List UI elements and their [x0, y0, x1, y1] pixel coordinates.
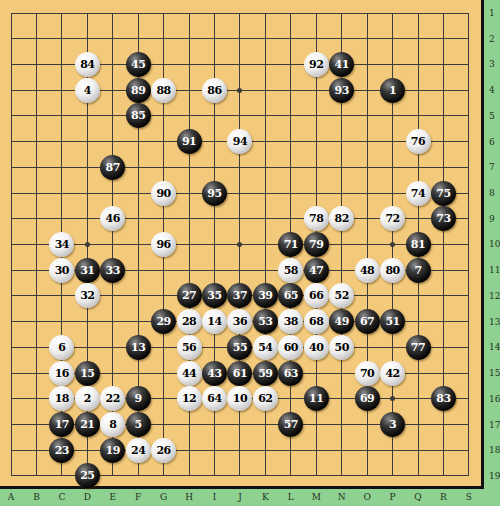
intersection: 16	[49, 360, 74, 386]
row-label: 7	[489, 162, 500, 172]
intersection: 49	[329, 309, 354, 335]
row-label: 10	[489, 239, 500, 249]
stone: 60	[278, 335, 303, 360]
intersection	[329, 412, 354, 438]
stone: 56	[177, 335, 202, 360]
intersection	[253, 180, 278, 206]
column-label: M	[308, 492, 324, 502]
intersection	[456, 154, 481, 180]
row-label: 4	[489, 85, 500, 95]
stone: 26	[151, 438, 176, 463]
intersection: 80	[380, 257, 405, 283]
stone: 22	[100, 386, 125, 411]
stone: 38	[278, 309, 303, 334]
intersection	[125, 360, 150, 386]
intersection	[329, 129, 354, 155]
intersection	[405, 309, 430, 335]
stone: 92	[304, 52, 329, 77]
intersection	[278, 206, 303, 232]
column-label: Q	[410, 492, 426, 502]
intersection	[456, 232, 481, 258]
intersection	[0, 386, 24, 412]
intersection: 4	[75, 77, 100, 103]
intersection	[24, 309, 49, 335]
intersection: 25	[75, 463, 100, 489]
stone: 59	[253, 361, 278, 386]
row-label: 8	[489, 188, 500, 198]
intersection	[176, 103, 201, 129]
intersection: 70	[354, 360, 379, 386]
intersection: 72	[380, 206, 405, 232]
intersection: 68	[304, 309, 329, 335]
stone: 9	[126, 386, 151, 411]
intersection	[431, 437, 456, 463]
intersection	[75, 129, 100, 155]
intersection	[278, 180, 303, 206]
stone: 81	[406, 232, 431, 257]
intersection	[253, 437, 278, 463]
intersection	[100, 232, 125, 258]
intersection	[75, 334, 100, 360]
column-label: R	[435, 492, 451, 502]
intersection: 18	[49, 386, 74, 412]
column-label: A	[3, 492, 19, 502]
intersection	[278, 437, 303, 463]
intersection	[176, 206, 201, 232]
intersection	[24, 232, 49, 258]
intersection	[380, 103, 405, 129]
stone: 10	[227, 386, 252, 411]
intersection	[304, 103, 329, 129]
stone: 45	[126, 52, 151, 77]
intersection	[0, 52, 24, 78]
intersection	[405, 77, 430, 103]
intersection	[304, 26, 329, 52]
intersection	[0, 309, 24, 335]
intersection	[304, 463, 329, 489]
intersection	[431, 334, 456, 360]
intersection	[380, 386, 405, 412]
intersection	[329, 232, 354, 258]
intersection: 84	[75, 52, 100, 78]
intersection	[151, 129, 176, 155]
intersection	[456, 52, 481, 78]
intersection	[253, 257, 278, 283]
intersection: 74	[405, 180, 430, 206]
intersection: 3	[380, 412, 405, 438]
row-label: 1	[489, 8, 500, 18]
row-label: 13	[489, 317, 500, 327]
intersection	[75, 180, 100, 206]
intersection: 90	[151, 180, 176, 206]
intersection	[151, 463, 176, 489]
intersection: 96	[151, 232, 176, 258]
intersection: 10	[227, 386, 252, 412]
intersection	[354, 154, 379, 180]
column-label: C	[54, 492, 70, 502]
stone: 69	[355, 386, 380, 411]
stone: 63	[278, 361, 303, 386]
intersection	[176, 180, 201, 206]
stone: 42	[380, 361, 405, 386]
intersection	[0, 180, 24, 206]
intersection	[202, 232, 227, 258]
stone: 61	[227, 361, 252, 386]
stone: 4	[75, 78, 100, 103]
stone: 33	[100, 258, 125, 283]
intersection: 75	[431, 180, 456, 206]
intersection	[227, 463, 252, 489]
stone: 55	[227, 335, 252, 360]
intersection	[24, 77, 49, 103]
column-label: N	[334, 492, 350, 502]
intersection	[431, 154, 456, 180]
intersection	[100, 309, 125, 335]
intersection	[329, 386, 354, 412]
intersection	[176, 26, 201, 52]
stone: 12	[177, 386, 202, 411]
intersection: 2	[75, 386, 100, 412]
intersection	[151, 257, 176, 283]
stone: 2	[75, 386, 100, 411]
intersection	[125, 257, 150, 283]
intersection	[151, 412, 176, 438]
intersection: 89	[125, 77, 150, 103]
intersection	[431, 360, 456, 386]
intersection	[0, 360, 24, 386]
intersection	[329, 437, 354, 463]
intersection: 57	[278, 412, 303, 438]
intersection: 71	[278, 232, 303, 258]
stone: 25	[75, 463, 100, 488]
intersection	[354, 77, 379, 103]
stone: 82	[329, 206, 354, 231]
intersection: 6	[49, 334, 74, 360]
intersection	[380, 180, 405, 206]
intersection	[24, 412, 49, 438]
intersection: 21	[75, 412, 100, 438]
intersection	[431, 232, 456, 258]
intersection	[125, 283, 150, 309]
intersection	[456, 77, 481, 103]
intersection: 46	[100, 206, 125, 232]
intersection	[456, 463, 481, 489]
intersection: 45	[125, 52, 150, 78]
intersection	[227, 26, 252, 52]
stone: 91	[177, 129, 202, 154]
intersection	[405, 437, 430, 463]
intersection	[405, 412, 430, 438]
intersection	[100, 180, 125, 206]
intersection	[0, 334, 24, 360]
intersection	[125, 129, 150, 155]
intersection: 83	[431, 386, 456, 412]
stone: 16	[49, 361, 74, 386]
intersection: 43	[202, 360, 227, 386]
intersection: 73	[431, 206, 456, 232]
intersection	[202, 437, 227, 463]
intersection	[380, 129, 405, 155]
intersection	[227, 206, 252, 232]
stone: 67	[355, 309, 380, 334]
intersection	[253, 26, 278, 52]
stone: 46	[100, 206, 125, 231]
intersection	[380, 463, 405, 489]
intersection: 15	[75, 360, 100, 386]
stone: 19	[100, 438, 125, 463]
stone: 5	[126, 412, 151, 437]
row-label: 17	[489, 420, 500, 430]
stone: 14	[202, 309, 227, 334]
intersection	[151, 0, 176, 26]
stone: 29	[151, 309, 176, 334]
intersection	[176, 0, 201, 26]
intersection	[405, 206, 430, 232]
intersection	[0, 412, 24, 438]
intersection	[176, 412, 201, 438]
intersection: 39	[253, 283, 278, 309]
stone: 8	[100, 412, 125, 437]
intersection: 40	[304, 334, 329, 360]
intersection: 5	[125, 412, 150, 438]
intersection	[125, 232, 150, 258]
intersection: 37	[227, 283, 252, 309]
stone: 95	[202, 181, 227, 206]
intersection	[431, 0, 456, 26]
intersection: 58	[278, 257, 303, 283]
column-label: O	[359, 492, 375, 502]
row-label: 19	[489, 471, 500, 481]
intersection: 77	[405, 334, 430, 360]
intersection	[380, 26, 405, 52]
intersection	[253, 129, 278, 155]
intersection: 52	[329, 283, 354, 309]
stone: 66	[304, 283, 329, 308]
intersection	[176, 437, 201, 463]
intersection	[24, 283, 49, 309]
stone: 58	[278, 258, 303, 283]
intersection: 92	[304, 52, 329, 78]
intersection: 54	[253, 334, 278, 360]
row-label: 12	[489, 291, 500, 301]
intersection	[354, 334, 379, 360]
intersection: 47	[304, 257, 329, 283]
intersection	[49, 0, 74, 26]
intersection: 76	[405, 129, 430, 155]
intersection	[456, 412, 481, 438]
intersection	[100, 52, 125, 78]
intersection: 48	[354, 257, 379, 283]
intersection	[253, 232, 278, 258]
stone: 27	[177, 283, 202, 308]
intersection	[0, 129, 24, 155]
intersection	[0, 232, 24, 258]
intersection	[227, 0, 252, 26]
intersection	[278, 386, 303, 412]
intersection: 38	[278, 309, 303, 335]
stone: 3	[380, 412, 405, 437]
intersection	[354, 206, 379, 232]
stone: 41	[329, 52, 354, 77]
intersection	[202, 412, 227, 438]
intersection	[304, 0, 329, 26]
intersection	[405, 26, 430, 52]
intersection	[202, 0, 227, 26]
intersection	[24, 463, 49, 489]
intersection	[354, 412, 379, 438]
intersection	[405, 103, 430, 129]
intersection	[125, 154, 150, 180]
intersection	[405, 360, 430, 386]
stone: 88	[151, 78, 176, 103]
intersection	[176, 463, 201, 489]
row-label: 16	[489, 394, 500, 404]
intersection: 86	[202, 77, 227, 103]
intersection	[49, 154, 74, 180]
intersection: 66	[304, 283, 329, 309]
intersection	[0, 0, 24, 26]
stone: 64	[202, 386, 227, 411]
intersection	[456, 360, 481, 386]
intersection	[253, 463, 278, 489]
intersection	[0, 437, 24, 463]
intersection: 14	[202, 309, 227, 335]
stone: 32	[75, 283, 100, 308]
intersection	[202, 334, 227, 360]
intersection: 17	[49, 412, 74, 438]
column-label: J	[232, 492, 248, 502]
intersection: 88	[151, 77, 176, 103]
column-label: B	[28, 492, 44, 502]
intersection	[151, 52, 176, 78]
intersection: 63	[278, 360, 303, 386]
stone: 54	[253, 335, 278, 360]
intersection: 64	[202, 386, 227, 412]
intersection	[49, 26, 74, 52]
stone: 86	[202, 78, 227, 103]
intersection	[125, 180, 150, 206]
intersection	[456, 334, 481, 360]
intersection	[456, 0, 481, 26]
stone: 80	[380, 258, 405, 283]
intersection	[380, 0, 405, 26]
stone: 37	[227, 283, 252, 308]
intersection	[125, 463, 150, 489]
stone: 15	[75, 361, 100, 386]
intersection	[253, 412, 278, 438]
intersection	[151, 103, 176, 129]
intersection	[456, 103, 481, 129]
intersection	[456, 257, 481, 283]
intersection	[151, 26, 176, 52]
stone: 21	[75, 412, 100, 437]
intersection	[380, 232, 405, 258]
intersection	[0, 77, 24, 103]
intersection	[354, 52, 379, 78]
stone: 11	[304, 386, 329, 411]
stone: 76	[406, 129, 431, 154]
intersection	[329, 257, 354, 283]
intersection	[24, 386, 49, 412]
intersection	[49, 463, 74, 489]
intersection	[380, 334, 405, 360]
intersection	[354, 129, 379, 155]
stone: 1	[380, 78, 405, 103]
intersection: 27	[176, 283, 201, 309]
intersection: 33	[100, 257, 125, 283]
intersection	[49, 52, 74, 78]
intersection	[431, 77, 456, 103]
stone: 49	[329, 309, 354, 334]
intersection	[431, 257, 456, 283]
stone: 34	[49, 232, 74, 257]
intersection	[456, 386, 481, 412]
stone: 53	[253, 309, 278, 334]
intersection	[354, 103, 379, 129]
intersection	[329, 103, 354, 129]
intersection: 36	[227, 309, 252, 335]
intersection: 44	[176, 360, 201, 386]
intersection: 93	[329, 77, 354, 103]
intersection	[380, 437, 405, 463]
intersection: 91	[176, 129, 201, 155]
intersection	[202, 463, 227, 489]
intersection	[100, 0, 125, 26]
stone: 83	[431, 386, 456, 411]
intersection	[24, 154, 49, 180]
intersection	[456, 309, 481, 335]
intersection	[202, 257, 227, 283]
intersection: 60	[278, 334, 303, 360]
intersection	[49, 309, 74, 335]
intersection: 19	[100, 437, 125, 463]
stone: 48	[355, 258, 380, 283]
intersection: 23	[49, 437, 74, 463]
intersection	[431, 129, 456, 155]
stone: 17	[49, 412, 74, 437]
intersection	[405, 283, 430, 309]
intersection	[227, 180, 252, 206]
intersection	[151, 154, 176, 180]
intersection	[329, 463, 354, 489]
intersection	[329, 26, 354, 52]
intersection: 28	[176, 309, 201, 335]
column-label: I	[207, 492, 223, 502]
intersection	[24, 437, 49, 463]
intersection	[431, 283, 456, 309]
intersection	[49, 103, 74, 129]
intersection	[456, 26, 481, 52]
intersection	[405, 52, 430, 78]
intersection	[456, 206, 481, 232]
intersection	[354, 437, 379, 463]
intersection	[278, 463, 303, 489]
intersection: 7	[405, 257, 430, 283]
intersection	[49, 206, 74, 232]
intersection	[151, 283, 176, 309]
intersection: 53	[253, 309, 278, 335]
stone: 96	[151, 232, 176, 257]
intersection: 69	[354, 386, 379, 412]
intersection	[329, 360, 354, 386]
go-kifu-diagram: 8445924148988869318591947687909574754678…	[0, 0, 500, 506]
row-label: 3	[489, 59, 500, 69]
intersection	[304, 437, 329, 463]
intersection	[125, 26, 150, 52]
intersection: 29	[151, 309, 176, 335]
intersection: 95	[202, 180, 227, 206]
intersection: 42	[380, 360, 405, 386]
